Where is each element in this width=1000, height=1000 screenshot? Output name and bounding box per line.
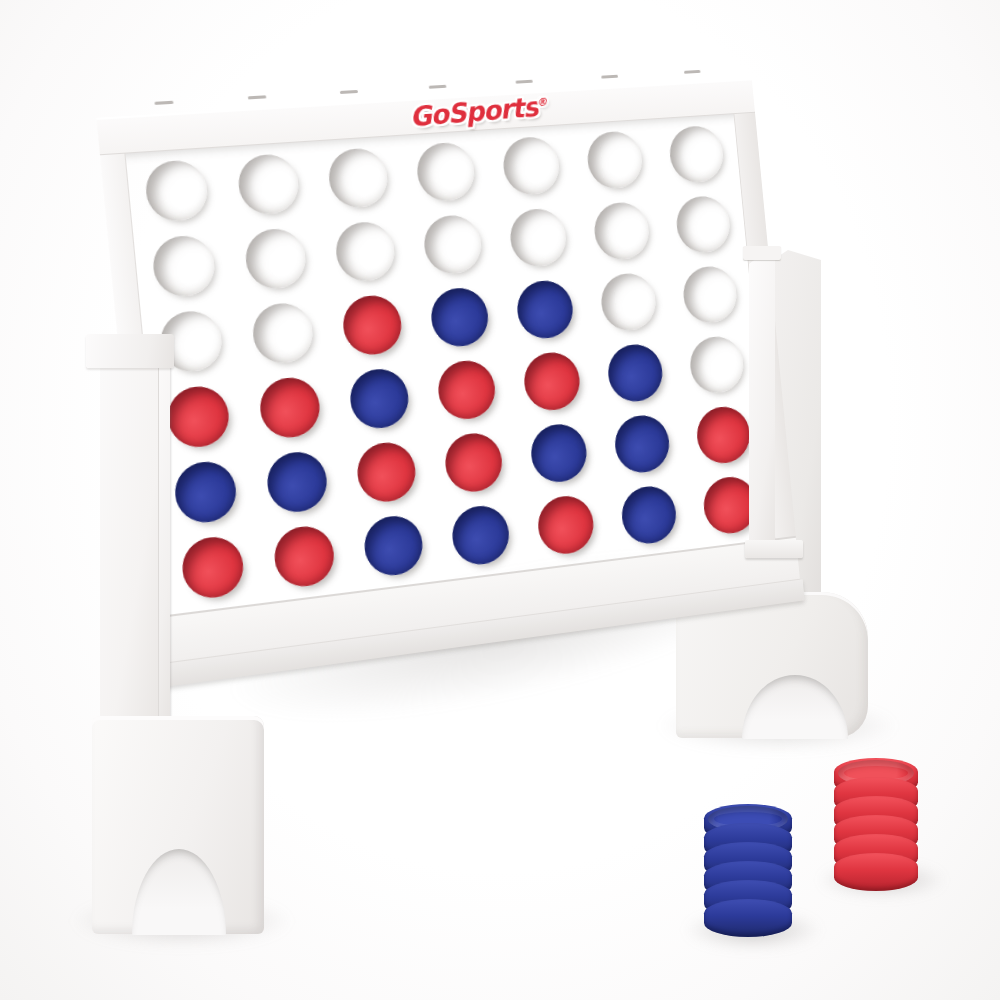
blue-chip [704, 899, 792, 937]
red-disc [355, 439, 418, 504]
drop-slot [340, 90, 358, 94]
empty-hole [599, 271, 658, 332]
empty-hole [333, 220, 396, 283]
blue-disc [606, 342, 665, 404]
empty-hole [681, 264, 739, 324]
cell-r2c7 [660, 186, 748, 263]
empty-hole [508, 207, 569, 268]
foot-arch-cutout [742, 675, 848, 739]
red-disc [536, 493, 596, 557]
cell-r3c4 [413, 277, 507, 357]
right-slider-rail [749, 254, 775, 546]
empty-hole [415, 141, 477, 203]
empty-hole [250, 301, 315, 365]
cell-r2c2 [226, 218, 324, 300]
cell-r5c2 [248, 440, 346, 524]
red-disc [272, 523, 337, 589]
registered-mark: ® [536, 95, 547, 108]
empty-hole [668, 124, 726, 183]
blue-disc [529, 421, 589, 484]
cell-r2c1 [133, 224, 233, 307]
red-disc [340, 293, 403, 357]
cell-r6c1 [162, 524, 262, 610]
cell-r1c1 [126, 150, 226, 232]
drop-slot [601, 75, 618, 79]
cell-r3c3 [324, 284, 420, 366]
cell-r1c3 [310, 138, 406, 218]
drop-slot [155, 101, 174, 105]
blue-disc-stack [704, 804, 792, 937]
board-grid [126, 116, 774, 610]
blue-disc [264, 449, 329, 515]
product-photo-scene: GoSports® [0, 0, 1000, 1000]
empty-hole [150, 233, 216, 298]
empty-hole [592, 200, 651, 261]
drop-slot [684, 70, 701, 74]
right-arched-foot [676, 592, 868, 738]
empty-hole [422, 213, 484, 275]
red-disc [257, 375, 322, 440]
empty-hole [585, 130, 644, 190]
empty-hole [236, 152, 301, 215]
cell-r1c7 [653, 116, 741, 192]
cell-r1c2 [219, 144, 317, 225]
cell-r6c2 [255, 514, 353, 599]
foot-arch-cutout [132, 849, 226, 935]
cell-r5c5 [513, 412, 604, 493]
blue-disc [362, 513, 425, 578]
cell-r2c4 [406, 204, 500, 284]
right-slider-ledge [745, 540, 803, 558]
empty-hole [243, 226, 308, 290]
blue-disc [613, 412, 672, 474]
drop-slot [429, 85, 447, 89]
red-disc [522, 350, 582, 413]
blue-disc [620, 483, 679, 546]
cell-r5c4 [427, 421, 520, 503]
blue-disc [429, 285, 491, 348]
red-disc [436, 358, 498, 421]
cell-r3c7 [666, 256, 753, 333]
red-chip [834, 853, 918, 891]
cell-r3c2 [233, 292, 331, 375]
cell-r6c6 [604, 474, 693, 555]
connect-four-board: GoSports® [95, 61, 802, 688]
drop-slot [248, 95, 267, 99]
red-disc [179, 534, 245, 601]
left-support-leg [100, 360, 158, 736]
red-disc-stack [834, 758, 918, 891]
right-slider-cap [743, 246, 781, 260]
cell-r2c6 [577, 192, 666, 270]
blue-disc [172, 459, 238, 526]
red-disc [165, 383, 231, 449]
cell-r1c6 [570, 121, 660, 198]
cell-r4c3 [331, 357, 427, 439]
empty-hole [688, 334, 746, 395]
cell-r3c5 [499, 270, 590, 349]
empty-hole [326, 146, 389, 208]
cell-r5c6 [598, 404, 687, 484]
cell-r3c6 [584, 262, 673, 340]
left-leg-cap [86, 334, 174, 368]
cell-r2c3 [317, 211, 413, 292]
cell-r4c4 [420, 349, 513, 430]
cell-r6c4 [434, 493, 527, 576]
cell-r5c3 [338, 430, 433, 513]
blue-disc [348, 366, 411, 430]
left-arched-foot [92, 716, 264, 934]
cell-r1c5 [485, 127, 577, 205]
cell-r4c7 [673, 325, 760, 403]
cell-r4c6 [591, 333, 680, 412]
cell-r6c3 [345, 503, 440, 587]
cell-r6c5 [520, 484, 611, 566]
empty-hole [501, 135, 562, 196]
cell-r2c5 [492, 198, 584, 277]
empty-hole [143, 158, 209, 222]
blue-disc [515, 278, 575, 340]
drop-slot [516, 80, 533, 84]
blue-disc [450, 503, 512, 567]
cell-r4c5 [506, 341, 597, 421]
red-disc [443, 430, 505, 494]
red-disc [695, 404, 753, 466]
cell-r4c2 [240, 366, 338, 450]
empty-hole [675, 194, 733, 254]
cell-r1c4 [399, 132, 493, 211]
